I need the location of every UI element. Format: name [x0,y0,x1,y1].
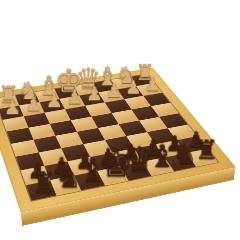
white-pawn[interactable]: ♟ [86,84,103,103]
square-h8[interactable]: ♜ [26,180,57,200]
square-g2[interactable]: ♟ [19,102,44,116]
white-pawn[interactable]: ♟ [144,75,161,93]
black-rook[interactable]: ♜ [31,169,56,197]
white-pawn[interactable]: ♟ [25,94,42,113]
black-bishop[interactable]: ♝ [78,155,107,187]
chess-set-photo: ♜♞♝♚♛♝♞♜♟♟♟♟♟♟♟♟♟♟♟♟♟♟♟♟♜♞♝♚♛♝♞♜ [0,0,240,240]
square-f2[interactable]: ♟ [40,99,65,113]
black-rook[interactable]: ♜ [195,137,218,163]
board-frame: ♜♞♝♚♛♝♞♜♟♟♟♟♟♟♟♟♟♟♟♟♟♟♟♟♜♞♝♚♛♝♞♜ [0,68,236,213]
white-pawn[interactable]: ♟ [46,91,63,110]
white-pawn[interactable]: ♟ [125,78,142,97]
square-h2[interactable]: ♟ [0,106,24,120]
square-e2[interactable]: ♟ [60,96,86,110]
black-knight[interactable]: ♞ [55,162,82,192]
chessboard: ♜♞♝♚♛♝♞♜♟♟♟♟♟♟♟♟♟♟♟♟♟♟♟♟♜♞♝♚♛♝♞♜ [0,68,236,213]
white-pawn[interactable]: ♟ [106,81,123,100]
white-pawn[interactable]: ♟ [66,87,83,106]
white-pawn[interactable]: ♟ [4,98,22,118]
